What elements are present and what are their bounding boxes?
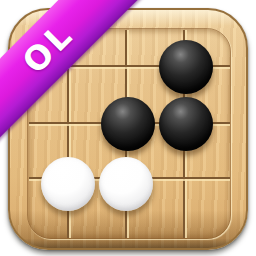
black-stone <box>159 40 213 94</box>
white-stone <box>99 157 153 211</box>
go-app-icon[interactable]: OL <box>0 0 256 256</box>
black-stone <box>101 97 155 151</box>
white-stone <box>41 157 95 211</box>
black-stone <box>159 97 213 151</box>
